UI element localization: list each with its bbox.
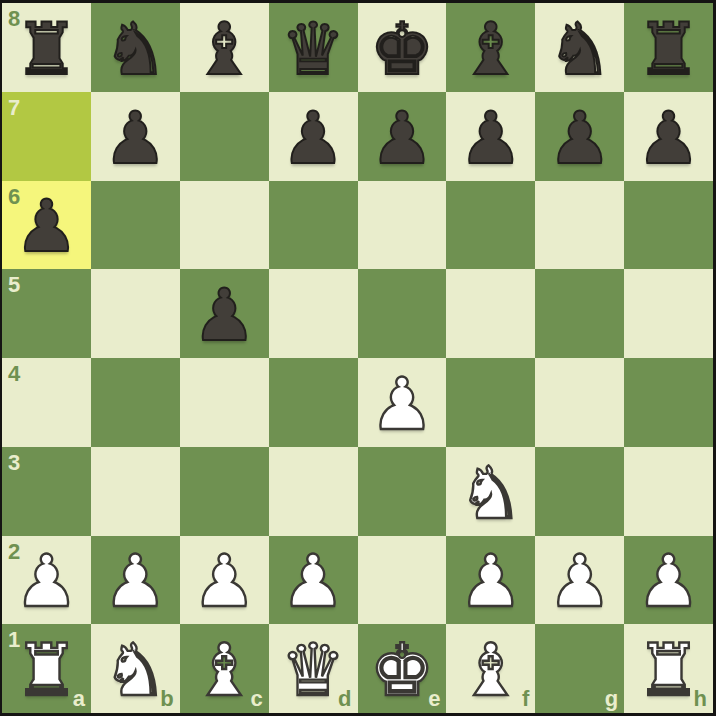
square-a1[interactable]: 1a♜ — [2, 624, 91, 713]
square-e6[interactable] — [358, 181, 447, 270]
square-h7[interactable]: ♟ — [624, 92, 713, 181]
piece-black-pawn[interactable]: ♟ — [2, 181, 91, 270]
square-f4[interactable] — [446, 358, 535, 447]
file-label-g: g — [605, 688, 618, 710]
piece-white-bishop[interactable]: ♝ — [180, 624, 269, 713]
piece-white-pawn[interactable]: ♟ — [446, 536, 535, 625]
piece-black-pawn[interactable]: ♟ — [624, 92, 713, 181]
piece-white-pawn[interactable]: ♟ — [624, 536, 713, 625]
square-b2[interactable]: ♟ — [91, 536, 180, 625]
piece-black-rook[interactable]: ♜ — [2, 3, 91, 92]
piece-black-knight[interactable]: ♞ — [535, 3, 624, 92]
square-f5[interactable] — [446, 269, 535, 358]
square-a2[interactable]: 2♟ — [2, 536, 91, 625]
board-frame: 8♜♞♝♛♚♝♞♜7♟♟♟♟♟♟6♟5♟4♟3♞2♟♟♟♟♟♟♟1a♜b♞c♝d… — [0, 0, 716, 716]
square-b4[interactable] — [91, 358, 180, 447]
piece-white-pawn[interactable]: ♟ — [180, 536, 269, 625]
piece-white-pawn[interactable]: ♟ — [535, 536, 624, 625]
square-f1[interactable]: f♝ — [446, 624, 535, 713]
square-h4[interactable] — [624, 358, 713, 447]
square-e2[interactable] — [358, 536, 447, 625]
square-b7[interactable]: ♟ — [91, 92, 180, 181]
square-g5[interactable] — [535, 269, 624, 358]
square-a5[interactable]: 5 — [2, 269, 91, 358]
square-c6[interactable] — [180, 181, 269, 270]
square-b3[interactable] — [91, 447, 180, 536]
piece-white-knight[interactable]: ♞ — [91, 624, 180, 713]
square-g3[interactable] — [535, 447, 624, 536]
square-e8[interactable]: ♚ — [358, 3, 447, 92]
piece-white-pawn[interactable]: ♟ — [269, 536, 358, 625]
square-c1[interactable]: c♝ — [180, 624, 269, 713]
square-c3[interactable] — [180, 447, 269, 536]
square-e1[interactable]: e♚ — [358, 624, 447, 713]
piece-black-pawn[interactable]: ♟ — [446, 92, 535, 181]
square-e5[interactable] — [358, 269, 447, 358]
square-f2[interactable]: ♟ — [446, 536, 535, 625]
square-d4[interactable] — [269, 358, 358, 447]
square-e4[interactable]: ♟ — [358, 358, 447, 447]
piece-white-rook[interactable]: ♜ — [2, 624, 91, 713]
square-g1[interactable]: g — [535, 624, 624, 713]
square-a4[interactable]: 4 — [2, 358, 91, 447]
square-d8[interactable]: ♛ — [269, 3, 358, 92]
square-a3[interactable]: 3 — [2, 447, 91, 536]
square-h1[interactable]: h♜ — [624, 624, 713, 713]
square-c7[interactable] — [180, 92, 269, 181]
piece-white-bishop[interactable]: ♝ — [446, 624, 535, 713]
piece-black-rook[interactable]: ♜ — [624, 3, 713, 92]
piece-white-knight[interactable]: ♞ — [446, 447, 535, 536]
square-e7[interactable]: ♟ — [358, 92, 447, 181]
piece-black-pawn[interactable]: ♟ — [269, 92, 358, 181]
piece-black-bishop[interactable]: ♝ — [180, 3, 269, 92]
square-b6[interactable] — [91, 181, 180, 270]
piece-black-pawn[interactable]: ♟ — [91, 92, 180, 181]
square-d3[interactable] — [269, 447, 358, 536]
piece-black-king[interactable]: ♚ — [358, 3, 447, 92]
square-f6[interactable] — [446, 181, 535, 270]
square-f7[interactable]: ♟ — [446, 92, 535, 181]
square-b1[interactable]: b♞ — [91, 624, 180, 713]
rank-label-4: 4 — [8, 363, 20, 385]
square-h5[interactable] — [624, 269, 713, 358]
chess-board: 8♜♞♝♛♚♝♞♜7♟♟♟♟♟♟6♟5♟4♟3♞2♟♟♟♟♟♟♟1a♜b♞c♝d… — [2, 3, 713, 713]
square-a6[interactable]: 6♟ — [2, 181, 91, 270]
square-e3[interactable] — [358, 447, 447, 536]
square-b8[interactable]: ♞ — [91, 3, 180, 92]
square-a8[interactable]: 8♜ — [2, 3, 91, 92]
square-c2[interactable]: ♟ — [180, 536, 269, 625]
piece-white-pawn[interactable]: ♟ — [358, 358, 447, 447]
rank-label-3: 3 — [8, 452, 20, 474]
square-c5[interactable]: ♟ — [180, 269, 269, 358]
piece-black-bishop[interactable]: ♝ — [446, 3, 535, 92]
piece-white-queen[interactable]: ♛ — [269, 624, 358, 713]
piece-white-pawn[interactable]: ♟ — [2, 536, 91, 625]
square-d6[interactable] — [269, 181, 358, 270]
square-h3[interactable] — [624, 447, 713, 536]
square-d7[interactable]: ♟ — [269, 92, 358, 181]
square-b5[interactable] — [91, 269, 180, 358]
piece-black-queen[interactable]: ♛ — [269, 3, 358, 92]
square-d1[interactable]: d♛ — [269, 624, 358, 713]
rank-label-5: 5 — [8, 274, 20, 296]
piece-white-rook[interactable]: ♜ — [624, 624, 713, 713]
square-h6[interactable] — [624, 181, 713, 270]
square-g6[interactable] — [535, 181, 624, 270]
piece-white-pawn[interactable]: ♟ — [91, 536, 180, 625]
square-g2[interactable]: ♟ — [535, 536, 624, 625]
square-a7[interactable]: 7 — [2, 92, 91, 181]
square-h2[interactable]: ♟ — [624, 536, 713, 625]
square-g8[interactable]: ♞ — [535, 3, 624, 92]
piece-white-king[interactable]: ♚ — [358, 624, 447, 713]
square-c8[interactable]: ♝ — [180, 3, 269, 92]
square-c4[interactable] — [180, 358, 269, 447]
piece-black-pawn[interactable]: ♟ — [358, 92, 447, 181]
square-h8[interactable]: ♜ — [624, 3, 713, 92]
square-g4[interactable] — [535, 358, 624, 447]
rank-label-7: 7 — [8, 97, 20, 119]
piece-black-pawn[interactable]: ♟ — [180, 269, 269, 358]
piece-black-knight[interactable]: ♞ — [91, 3, 180, 92]
piece-black-pawn[interactable]: ♟ — [535, 92, 624, 181]
square-g7[interactable]: ♟ — [535, 92, 624, 181]
square-d5[interactable] — [269, 269, 358, 358]
square-d2[interactable]: ♟ — [269, 536, 358, 625]
square-f3[interactable]: ♞ — [446, 447, 535, 536]
square-f8[interactable]: ♝ — [446, 3, 535, 92]
